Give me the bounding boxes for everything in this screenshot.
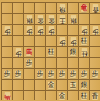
board-cell[interactable]: 玉 — [68, 80, 79, 91]
shogi-piece-gote[interactable]: 歩 — [58, 37, 67, 47]
shogi-piece-sente[interactable]: 歩 — [58, 70, 67, 80]
board-cell[interactable]: 歩 — [90, 25, 100, 36]
board-cell[interactable]: 歩 — [35, 69, 46, 80]
shogi-piece-gote[interactable]: 歩 — [25, 26, 34, 36]
board-cell[interactable] — [13, 80, 24, 91]
board-cell[interactable] — [35, 3, 46, 14]
board-cell[interactable] — [13, 3, 24, 14]
shogi-piece-gote[interactable]: 王 — [58, 15, 67, 25]
shogi-piece-gote[interactable]: 歩 — [36, 26, 45, 36]
shogi-piece-sente[interactable]: 銀 — [80, 81, 89, 91]
board-cell[interactable] — [2, 80, 13, 91]
shogi-piece-sente[interactable]: 歩 — [69, 70, 78, 80]
board-cell[interactable]: 桂 — [79, 47, 90, 58]
shogi-piece-gote[interactable]: 歩 — [14, 48, 23, 58]
shogi-piece-gote[interactable]: 銀 — [25, 15, 34, 25]
shogi-piece-sente[interactable]: 香 — [91, 92, 100, 101]
board-cell[interactable] — [13, 36, 24, 47]
board-cell[interactable] — [35, 58, 46, 69]
board-cell[interactable]: 歩 — [13, 69, 24, 80]
shogi-piece-gote[interactable]: 歩 — [80, 26, 89, 36]
board-cell[interactable] — [68, 91, 79, 100]
board-cell[interactable]: 歩 — [13, 47, 24, 58]
board-cell[interactable] — [68, 25, 79, 36]
board-cell[interactable]: 歩 — [57, 36, 68, 47]
board-cell[interactable]: 歩 — [24, 25, 35, 36]
board-cell[interactable] — [57, 47, 68, 58]
shogi-piece-sente[interactable]: 歩 — [80, 70, 89, 80]
board-cell[interactable] — [90, 58, 100, 69]
board-cell[interactable]: 歩 — [24, 58, 35, 69]
shogi-piece-sente[interactable]: 玉 — [69, 81, 78, 91]
board-cell[interactable]: 馬 — [24, 47, 35, 58]
board-cell[interactable]: 歩 — [90, 69, 100, 80]
board-cell[interactable]: 金 — [46, 80, 57, 91]
board-cell[interactable] — [79, 58, 90, 69]
shogi-piece-gote[interactable]: 飛 — [58, 4, 67, 14]
board-cell[interactable] — [13, 58, 24, 69]
board-cell[interactable] — [13, 91, 24, 100]
board-cell[interactable] — [35, 47, 46, 58]
board-cell[interactable]: 王 — [57, 14, 68, 25]
board-cell[interactable] — [90, 14, 100, 25]
shogi-piece-sente[interactable]: 金 — [58, 92, 67, 101]
board-cell[interactable]: 歩 — [68, 69, 79, 80]
board-cell[interactable] — [68, 58, 79, 69]
shogi-piece-sente[interactable]: 桂 — [80, 37, 89, 47]
board-cell[interactable]: 銀 — [68, 47, 79, 58]
board-cell[interactable]: 銀 — [24, 14, 35, 25]
shogi-piece-sente-promoted[interactable]: 馬 — [25, 48, 34, 58]
board-cell[interactable]: 歩 — [79, 25, 90, 36]
board-cell[interactable]: 金 — [46, 14, 57, 25]
board-cell[interactable]: 桂 — [79, 36, 90, 47]
board-cell[interactable]: 香 — [90, 3, 100, 14]
shogi-piece-sente[interactable]: 歩 — [47, 70, 56, 80]
shogi-piece-sente-promoted[interactable]: 竜 — [80, 4, 89, 14]
shogi-piece-sente[interactable]: 歩 — [91, 70, 100, 80]
shogi-piece-gote[interactable]: 桂 — [80, 48, 89, 58]
shogi-piece-sente[interactable]: 歩 — [3, 70, 12, 80]
board-cell[interactable]: 歩 — [79, 69, 90, 80]
board-cell[interactable]: 桂 — [46, 47, 57, 58]
board-cell[interactable]: 桂 — [79, 91, 90, 100]
board-cell[interactable]: 歩 — [35, 25, 46, 36]
board-cell[interactable]: 歩 — [68, 36, 79, 47]
board-cell[interactable] — [35, 80, 46, 91]
shogi-piece-gote[interactable]: 歩 — [3, 26, 12, 36]
board-cell[interactable]: 銀 — [68, 14, 79, 25]
shogi-piece-sente[interactable]: 金 — [47, 81, 56, 91]
board-cell[interactable] — [2, 36, 13, 47]
board-cell[interactable] — [24, 91, 35, 100]
shogi-piece-gote-promoted[interactable]: 馬 — [3, 92, 12, 101]
board-cell[interactable]: 銀 — [79, 80, 90, 91]
board-cell[interactable] — [57, 80, 68, 91]
board-cell[interactable] — [24, 69, 35, 80]
board-cell[interactable] — [2, 3, 13, 14]
shogi-piece-sente[interactable]: 桂 — [80, 92, 89, 101]
shogi-piece-gote[interactable]: 金 — [36, 15, 45, 25]
shogi-piece-gote[interactable]: 香 — [91, 4, 100, 14]
board-cell[interactable] — [2, 58, 13, 69]
board-cell[interactable] — [68, 3, 79, 14]
board-cell[interactable]: 歩 — [2, 69, 13, 80]
board-cell[interactable]: 金 — [35, 14, 46, 25]
board-cell[interactable]: 香 — [90, 91, 100, 100]
shogi-board: 飛竜香銀金金王銀歩歩歩歩歩歩歩歩桂歩馬桂銀桂歩歩歩歩歩歩歩歩歩金玉銀馬金桂香 — [1, 2, 100, 100]
board-cell[interactable] — [46, 91, 57, 100]
board-cell[interactable] — [24, 36, 35, 47]
board-cell[interactable] — [2, 14, 13, 25]
board-cell[interactable]: 飛 — [57, 3, 68, 14]
board-cell[interactable]: 竜 — [79, 3, 90, 14]
board-cell[interactable] — [13, 25, 24, 36]
board-cell[interactable] — [46, 36, 57, 47]
shogi-piece-gote[interactable]: 金 — [47, 15, 56, 25]
board-cell[interactable] — [35, 36, 46, 47]
board-cell[interactable] — [57, 58, 68, 69]
board-cell[interactable] — [35, 91, 46, 100]
board-cell[interactable] — [2, 47, 13, 58]
shogi-piece-gote[interactable]: 歩 — [47, 26, 56, 36]
board-cell[interactable] — [90, 47, 100, 58]
board-cell[interactable] — [13, 14, 24, 25]
board-cell[interactable] — [57, 25, 68, 36]
board-cell[interactable]: 金 — [57, 91, 68, 100]
board-cell[interactable]: 歩 — [57, 69, 68, 80]
shogi-piece-sente[interactable]: 桂 — [47, 48, 56, 58]
board-cell[interactable]: 歩 — [46, 25, 57, 36]
board-cell[interactable]: 歩 — [46, 69, 57, 80]
board-cell[interactable] — [90, 80, 100, 91]
board-cell[interactable] — [90, 36, 100, 47]
board-cell[interactable] — [46, 58, 57, 69]
shogi-piece-sente[interactable]: 歩 — [14, 70, 23, 80]
board-cell[interactable]: 馬 — [2, 91, 13, 100]
board-cell[interactable]: 歩 — [2, 25, 13, 36]
shogi-piece-gote[interactable]: 銀 — [69, 15, 78, 25]
board-cell[interactable] — [79, 14, 90, 25]
shogi-piece-sente[interactable]: 銀 — [69, 48, 78, 58]
shogi-piece-gote[interactable]: 歩 — [91, 26, 100, 36]
shogi-piece-gote[interactable]: 歩 — [69, 37, 78, 47]
board-cell[interactable] — [24, 80, 35, 91]
board-cell[interactable] — [24, 3, 35, 14]
board-cell[interactable] — [46, 3, 57, 14]
shogi-piece-sente[interactable]: 歩 — [25, 59, 34, 69]
shogi-piece-sente[interactable]: 歩 — [36, 70, 45, 80]
